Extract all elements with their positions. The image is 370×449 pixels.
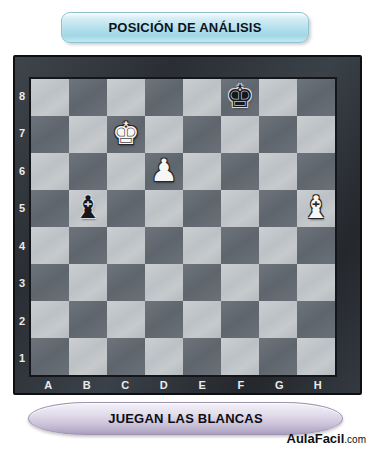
square-c4[interactable]	[107, 227, 145, 264]
square-a8[interactable]	[31, 79, 69, 116]
square-f7[interactable]	[221, 116, 259, 153]
rank-label-1: 1	[15, 340, 29, 378]
rank-label-8: 8	[15, 77, 29, 115]
page-title: POSICIÓN DE ANÁLISIS	[108, 20, 261, 35]
square-c2[interactable]	[107, 301, 145, 338]
square-a5[interactable]	[31, 190, 69, 227]
site-credit: AulaFacil.com	[287, 429, 366, 447]
file-label-h: H	[299, 377, 338, 393]
square-a3[interactable]	[31, 264, 69, 301]
square-h3[interactable]	[297, 264, 335, 301]
square-b1[interactable]	[69, 338, 107, 375]
square-f5[interactable]	[221, 190, 259, 227]
file-label-c: C	[106, 377, 145, 393]
square-h7[interactable]	[297, 116, 335, 153]
square-b2[interactable]	[69, 301, 107, 338]
square-b3[interactable]	[69, 264, 107, 301]
chess-lesson-diagram: POSICIÓN DE ANÁLISIS 87654321 ♚♚♟♝♝ ABCD…	[0, 0, 370, 449]
credit-name: AulaFacil	[287, 431, 345, 446]
square-e3[interactable]	[183, 264, 221, 301]
square-b8[interactable]	[69, 79, 107, 116]
square-c7[interactable]: ♚	[107, 116, 145, 153]
square-a6[interactable]	[31, 153, 69, 190]
square-a7[interactable]	[31, 116, 69, 153]
square-h1[interactable]	[297, 338, 335, 375]
rank-label-2: 2	[15, 302, 29, 340]
square-h2[interactable]	[297, 301, 335, 338]
square-a1[interactable]	[31, 338, 69, 375]
square-g5[interactable]	[259, 190, 297, 227]
square-h6[interactable]	[297, 153, 335, 190]
square-d3[interactable]	[145, 264, 183, 301]
square-g2[interactable]	[259, 301, 297, 338]
square-h5[interactable]: ♝	[297, 190, 335, 227]
rank-labels: 87654321	[15, 77, 29, 377]
square-c8[interactable]	[107, 79, 145, 116]
square-b7[interactable]	[69, 116, 107, 153]
square-e5[interactable]	[183, 190, 221, 227]
square-d5[interactable]	[145, 190, 183, 227]
square-f4[interactable]	[221, 227, 259, 264]
white-king: ♚	[112, 118, 140, 149]
square-h4[interactable]	[297, 227, 335, 264]
black-bishop: ♝	[74, 192, 102, 223]
square-d1[interactable]	[145, 338, 183, 375]
white-pawn: ♟	[150, 155, 178, 186]
rank-label-5: 5	[15, 190, 29, 228]
square-a4[interactable]	[31, 227, 69, 264]
square-g3[interactable]	[259, 264, 297, 301]
rank-label-4: 4	[15, 227, 29, 265]
file-label-f: F	[222, 377, 261, 393]
header-banner: POSICIÓN DE ANÁLISIS	[61, 12, 309, 43]
square-b6[interactable]	[69, 153, 107, 190]
rank-label-3: 3	[15, 265, 29, 303]
file-label-d: D	[145, 377, 184, 393]
square-g7[interactable]	[259, 116, 297, 153]
square-a2[interactable]	[31, 301, 69, 338]
turn-indicator-label: JUEGAN LAS BLANCAS	[108, 411, 263, 426]
square-b4[interactable]	[69, 227, 107, 264]
square-d8[interactable]	[145, 79, 183, 116]
square-d2[interactable]	[145, 301, 183, 338]
square-g4[interactable]	[259, 227, 297, 264]
black-king: ♚	[226, 81, 254, 112]
square-e8[interactable]	[183, 79, 221, 116]
square-c5[interactable]	[107, 190, 145, 227]
file-labels: ABCDEFGH	[29, 377, 337, 393]
square-e2[interactable]	[183, 301, 221, 338]
square-e4[interactable]	[183, 227, 221, 264]
square-g8[interactable]	[259, 79, 297, 116]
square-e7[interactable]	[183, 116, 221, 153]
square-b5[interactable]: ♝	[69, 190, 107, 227]
square-c3[interactable]	[107, 264, 145, 301]
file-label-e: E	[183, 377, 222, 393]
square-c6[interactable]	[107, 153, 145, 190]
square-f8[interactable]: ♚	[221, 79, 259, 116]
square-e6[interactable]	[183, 153, 221, 190]
square-f1[interactable]	[221, 338, 259, 375]
file-label-a: A	[29, 377, 68, 393]
square-d7[interactable]	[145, 116, 183, 153]
white-bishop: ♝	[302, 192, 330, 223]
square-g6[interactable]	[259, 153, 297, 190]
square-f3[interactable]	[221, 264, 259, 301]
square-e1[interactable]	[183, 338, 221, 375]
square-h8[interactable]	[297, 79, 335, 116]
rank-label-6: 6	[15, 152, 29, 190]
square-d6[interactable]: ♟	[145, 153, 183, 190]
credit-suffix: .com	[344, 434, 366, 445]
square-g1[interactable]	[259, 338, 297, 375]
square-d4[interactable]	[145, 227, 183, 264]
square-f2[interactable]	[221, 301, 259, 338]
board-frame: 87654321 ♚♚♟♝♝ ABCDEFGH	[13, 55, 362, 395]
chess-board: ♚♚♟♝♝	[29, 77, 337, 377]
file-label-g: G	[260, 377, 299, 393]
square-f6[interactable]	[221, 153, 259, 190]
file-label-b: B	[68, 377, 107, 393]
square-c1[interactable]	[107, 338, 145, 375]
rank-label-7: 7	[15, 115, 29, 153]
